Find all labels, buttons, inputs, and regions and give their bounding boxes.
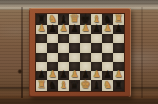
square-d6[interactable] [69,34,80,43]
piece-light-pawn-g7: ♟ [103,24,111,33]
piece-dark-king-e8: ♚ [81,13,91,24]
square-g4[interactable] [102,53,113,62]
square-e2[interactable]: ♟ [80,71,91,80]
square-c3[interactable] [58,62,69,71]
square-g7[interactable]: ♟ [102,25,113,34]
piece-light-king-e1: ♚ [81,79,91,90]
square-a8[interactable]: ♜ [36,14,47,25]
square-e7[interactable]: ♟ [80,25,91,34]
square-h3[interactable] [113,62,124,71]
piece-dark-bishop-f1: ♝ [92,80,101,90]
piece-light-pawn-a7: ♟ [37,24,45,33]
square-b5[interactable] [47,43,58,52]
square-e6[interactable] [80,34,91,43]
piece-light-pawn-e7: ♟ [81,24,89,33]
square-a7[interactable]: ♟ [36,25,47,34]
square-h6[interactable] [113,34,124,43]
square-c4[interactable] [58,53,69,62]
square-h2[interactable]: ♟ [113,71,124,80]
piece-dark-pawn-d7: ♟ [70,24,78,33]
square-b1[interactable]: ♞ [47,80,58,91]
square-a2[interactable]: ♟ [36,71,47,80]
square-d1[interactable]: ♛ [69,80,80,91]
piece-dark-pawn-h7: ♟ [114,24,122,33]
piece-light-queen-d8: ♛ [70,13,80,24]
piece-dark-pawn-f7: ♟ [92,24,100,33]
piece-dark-knight-b1: ♞ [48,80,57,90]
square-h7[interactable]: ♟ [113,25,124,34]
piece-light-knight-g1: ♞ [103,80,112,90]
square-c6[interactable] [58,34,69,43]
square-g2[interactable]: ♟ [102,71,113,80]
plank-seam-right [141,7,143,98]
square-b6[interactable] [47,34,58,43]
square-c7[interactable]: ♟ [58,25,69,34]
piece-dark-knight-g8: ♞ [103,14,112,24]
piece-dark-pawn-e2: ♟ [81,70,89,79]
photo-scene: ♜♞♝♛♚♝♞♜♟♟♟♟♟♟♟♟♟♟♟♟♟♟♟♟♜♞♝♛♚♝♞♜ [0,0,158,104]
board-squares: ♜♞♝♛♚♝♞♜♟♟♟♟♟♟♟♟♟♟♟♟♟♟♟♟♜♞♝♛♚♝♞♜ [35,13,125,92]
piece-light-knight-b8: ♞ [48,14,57,24]
square-h1[interactable]: ♜ [113,80,124,91]
square-g3[interactable] [102,62,113,71]
square-a6[interactable] [36,34,47,43]
square-g1[interactable]: ♞ [102,80,113,91]
square-g6[interactable] [102,34,113,43]
square-b4[interactable] [47,53,58,62]
square-h5[interactable] [113,43,124,52]
square-f5[interactable] [91,43,102,52]
square-d2[interactable]: ♟ [69,71,80,80]
piece-light-bishop-c1: ♝ [59,80,68,90]
square-d8[interactable]: ♛ [69,14,80,25]
piece-light-rook-h8: ♜ [114,14,123,24]
piece-light-bishop-f8: ♝ [92,14,101,24]
square-c8[interactable]: ♝ [58,14,69,25]
square-h4[interactable] [113,53,124,62]
square-b2[interactable]: ♟ [47,71,58,80]
square-c5[interactable] [58,43,69,52]
chess-board: ♜♞♝♛♚♝♞♜♟♟♟♟♟♟♟♟♟♟♟♟♟♟♟♟♜♞♝♛♚♝♞♜ [29,8,131,97]
piece-dark-pawn-c2: ♟ [59,70,67,79]
square-a1[interactable]: ♜ [36,80,47,91]
square-f4[interactable] [91,53,102,62]
square-c1[interactable]: ♝ [58,80,69,91]
square-f3[interactable] [91,62,102,71]
square-f1[interactable]: ♝ [91,80,102,91]
piece-dark-pawn-a2: ♟ [37,70,45,79]
square-g5[interactable] [102,43,113,52]
piece-light-pawn-d2: ♟ [70,70,78,79]
square-e8[interactable]: ♚ [80,14,91,25]
square-e5[interactable] [80,43,91,52]
square-b3[interactable] [47,62,58,71]
square-d7[interactable]: ♟ [69,25,80,34]
plank-seam-left [21,7,23,98]
square-c2[interactable]: ♟ [58,71,69,80]
piece-light-pawn-c7: ♟ [59,24,67,33]
square-d3[interactable] [69,62,80,71]
square-g8[interactable]: ♞ [102,14,113,25]
piece-dark-rook-a8: ♜ [37,14,46,24]
piece-dark-queen-d1: ♛ [70,79,80,90]
piece-light-pawn-f2: ♟ [92,70,100,79]
square-b8[interactable]: ♞ [47,14,58,25]
square-f2[interactable]: ♟ [91,71,102,80]
wood-knot [17,69,23,74]
square-a3[interactable] [36,62,47,71]
piece-dark-rook-h1: ♜ [114,80,123,90]
piece-dark-bishop-c8: ♝ [59,14,68,24]
square-d5[interactable] [69,43,80,52]
square-d4[interactable] [69,53,80,62]
piece-light-rook-a1: ♜ [37,80,46,90]
piece-light-pawn-b2: ♟ [48,70,56,79]
square-e1[interactable]: ♚ [80,80,91,91]
square-f7[interactable]: ♟ [91,25,102,34]
piece-light-pawn-h2: ♟ [114,70,122,79]
square-e3[interactable] [80,62,91,71]
square-f6[interactable] [91,34,102,43]
square-a4[interactable] [36,53,47,62]
square-a5[interactable] [36,43,47,52]
piece-dark-pawn-b7: ♟ [48,24,56,33]
square-b7[interactable]: ♟ [47,25,58,34]
square-e4[interactable] [80,53,91,62]
square-h8[interactable]: ♜ [113,14,124,25]
piece-dark-pawn-g2: ♟ [103,70,111,79]
square-f8[interactable]: ♝ [91,14,102,25]
